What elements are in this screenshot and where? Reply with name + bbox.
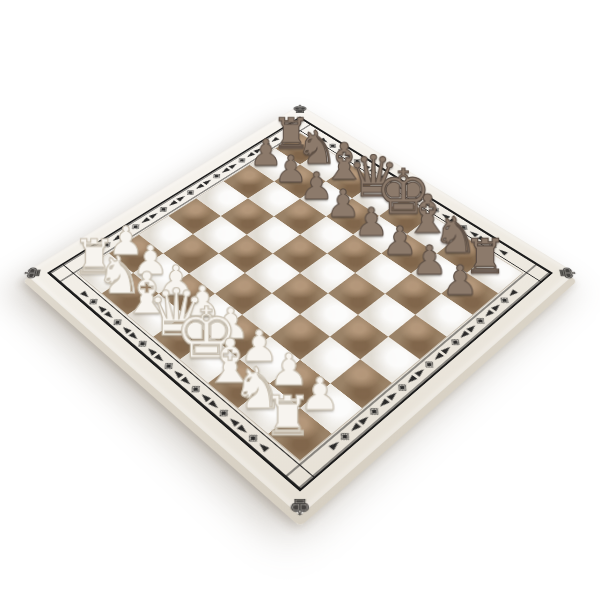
board-grid: ♜♞♝♛♚♝♞♜♟♟♟♟♟♟♟♟♟♟♟♟♟♟♟♟♜♞♝♛♚♝♞♜ — [77, 132, 524, 461]
corner-crown-ornament: ♚ — [21, 266, 45, 280]
square-e4[interactable] — [272, 273, 329, 315]
chess-board: ♚ ♚ ♚ ♚ ►◈◄►◈◄►◈◄►◈◄►◈◄►◈◄►◈◄ ►◈◄►◈◄►◈◄►… — [24, 105, 576, 516]
corner-crown-ornament: ♚ — [289, 495, 312, 517]
piece-black-pawn[interactable]: ♟ — [438, 260, 483, 301]
piece-white-rook[interactable]: ♜ — [263, 388, 314, 443]
corner-crown-ornament: ♚ — [555, 266, 579, 280]
chess-set-photo: ♚ ♚ ♚ ♚ ►◈◄►◈◄►◈◄►◈◄►◈◄►◈◄►◈◄ ►◈◄►◈◄►◈◄►… — [0, 0, 600, 600]
